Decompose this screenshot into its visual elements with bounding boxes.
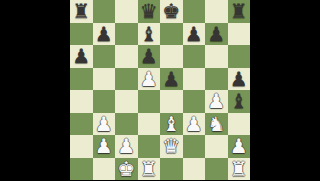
square-d1[interactable]: ♜ (138, 158, 161, 181)
square-g8[interactable] (205, 0, 228, 23)
piece-white-pawn[interactable]: ♟ (185, 113, 203, 136)
piece-white-knight[interactable]: ♞ (207, 113, 225, 136)
square-c5[interactable] (115, 68, 138, 91)
square-h4[interactable]: ♝ (228, 90, 251, 113)
square-c1[interactable]: ♚ (115, 158, 138, 181)
piece-white-rook[interactable]: ♜ (140, 158, 158, 181)
square-b3[interactable]: ♟ (93, 113, 116, 136)
piece-white-pawn[interactable]: ♟ (207, 90, 225, 113)
square-e1[interactable] (160, 158, 183, 181)
square-b2[interactable]: ♟ (93, 135, 116, 158)
square-b1[interactable] (93, 158, 116, 181)
square-d2[interactable] (138, 135, 161, 158)
square-f8[interactable] (183, 0, 206, 23)
piece-black-bishop[interactable]: ♝ (140, 23, 158, 46)
square-e5[interactable]: ♟ (160, 68, 183, 91)
piece-black-pawn[interactable]: ♟ (140, 45, 158, 68)
piece-black-pawn[interactable]: ♟ (207, 23, 225, 46)
square-h5[interactable]: ♟ (228, 68, 251, 91)
square-a8[interactable]: ♜ (70, 0, 93, 23)
square-h8[interactable]: ♜ (228, 0, 251, 23)
piece-white-queen[interactable]: ♛ (162, 135, 180, 158)
piece-white-pawn[interactable]: ♟ (95, 113, 113, 136)
square-b8[interactable] (93, 0, 116, 23)
square-e7[interactable] (160, 23, 183, 46)
piece-white-rook[interactable]: ♜ (230, 158, 248, 181)
square-b5[interactable] (93, 68, 116, 91)
square-f7[interactable]: ♟ (183, 23, 206, 46)
piece-white-pawn[interactable]: ♟ (95, 135, 113, 158)
piece-white-pawn[interactable]: ♟ (230, 135, 248, 158)
square-e4[interactable] (160, 90, 183, 113)
square-d3[interactable] (138, 113, 161, 136)
square-b7[interactable]: ♟ (93, 23, 116, 46)
square-h1[interactable]: ♜ (228, 158, 251, 181)
piece-black-pawn[interactable]: ♟ (185, 23, 203, 46)
square-e8[interactable]: ♚ (160, 0, 183, 23)
square-c8[interactable] (115, 0, 138, 23)
square-a7[interactable] (70, 23, 93, 46)
square-g3[interactable]: ♞ (205, 113, 228, 136)
piece-white-pawn[interactable]: ♟ (117, 135, 135, 158)
piece-white-bishop[interactable]: ♝ (162, 113, 180, 136)
square-f4[interactable] (183, 90, 206, 113)
square-f6[interactable] (183, 45, 206, 68)
square-c2[interactable]: ♟ (115, 135, 138, 158)
piece-black-bishop[interactable]: ♝ (230, 90, 248, 113)
square-d4[interactable] (138, 90, 161, 113)
screenshot-stage: ♜♛♚♜♟♝♟♟♟♟♟♟♟♟♝♟♝♟♞♟♟♛♟♚♜♜ (0, 0, 320, 180)
square-g7[interactable]: ♟ (205, 23, 228, 46)
square-h7[interactable] (228, 23, 251, 46)
square-d6[interactable]: ♟ (138, 45, 161, 68)
piece-white-king[interactable]: ♚ (117, 158, 135, 181)
letterbox-right (250, 0, 320, 180)
square-f2[interactable] (183, 135, 206, 158)
square-a6[interactable]: ♟ (70, 45, 93, 68)
piece-black-king[interactable]: ♚ (162, 0, 180, 23)
square-c7[interactable] (115, 23, 138, 46)
letterbox-left (0, 0, 70, 180)
square-d8[interactable]: ♛ (138, 0, 161, 23)
square-c3[interactable] (115, 113, 138, 136)
square-g1[interactable] (205, 158, 228, 181)
square-a3[interactable] (70, 113, 93, 136)
square-e6[interactable] (160, 45, 183, 68)
square-g5[interactable] (205, 68, 228, 91)
square-f3[interactable]: ♟ (183, 113, 206, 136)
square-g6[interactable] (205, 45, 228, 68)
piece-black-rook[interactable]: ♜ (230, 0, 248, 23)
square-a2[interactable] (70, 135, 93, 158)
square-h2[interactable]: ♟ (228, 135, 251, 158)
square-a4[interactable] (70, 90, 93, 113)
square-f5[interactable] (183, 68, 206, 91)
piece-black-pawn[interactable]: ♟ (230, 68, 248, 91)
square-h3[interactable] (228, 113, 251, 136)
square-e3[interactable]: ♝ (160, 113, 183, 136)
square-d7[interactable]: ♝ (138, 23, 161, 46)
piece-black-pawn[interactable]: ♟ (95, 23, 113, 46)
piece-white-pawn[interactable]: ♟ (140, 68, 158, 91)
square-a5[interactable] (70, 68, 93, 91)
piece-black-queen[interactable]: ♛ (140, 0, 158, 23)
square-c6[interactable] (115, 45, 138, 68)
square-d5[interactable]: ♟ (138, 68, 161, 91)
piece-black-rook[interactable]: ♜ (72, 0, 90, 23)
square-g4[interactable]: ♟ (205, 90, 228, 113)
piece-black-pawn[interactable]: ♟ (162, 68, 180, 91)
square-g2[interactable] (205, 135, 228, 158)
chess-board[interactable]: ♜♛♚♜♟♝♟♟♟♟♟♟♟♟♝♟♝♟♞♟♟♛♟♚♜♜ (70, 0, 250, 180)
piece-black-pawn[interactable]: ♟ (72, 45, 90, 68)
square-a1[interactable] (70, 158, 93, 181)
square-b4[interactable] (93, 90, 116, 113)
square-b6[interactable] (93, 45, 116, 68)
square-f1[interactable] (183, 158, 206, 181)
square-c4[interactable] (115, 90, 138, 113)
square-h6[interactable] (228, 45, 251, 68)
square-e2[interactable]: ♛ (160, 135, 183, 158)
